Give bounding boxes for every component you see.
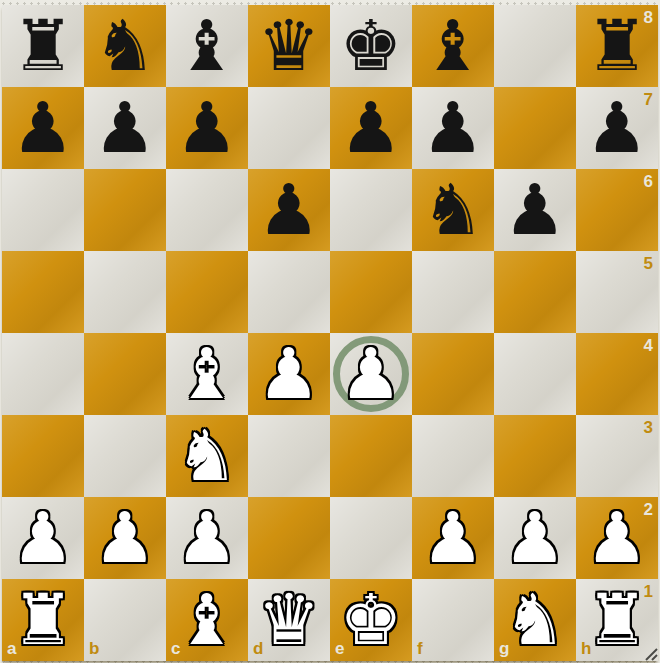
square-d1[interactable]: d♛	[248, 579, 330, 661]
black-bishop-f8[interactable]: ♝	[422, 5, 485, 87]
square-e7[interactable]: ♟	[330, 87, 412, 169]
file-label-f: f	[417, 640, 423, 657]
white-pawn-f2[interactable]: ♟	[422, 497, 485, 579]
resize-grip-icon[interactable]	[642, 645, 658, 661]
black-pawn-e7[interactable]: ♟	[340, 87, 403, 169]
square-c1[interactable]: c♝	[166, 579, 248, 661]
black-king-e8[interactable]: ♚	[340, 5, 403, 87]
rank-label-6: 6	[644, 173, 653, 190]
square-d2[interactable]	[248, 497, 330, 579]
square-e5[interactable]	[330, 251, 412, 333]
square-d5[interactable]	[248, 251, 330, 333]
white-knight-c3[interactable]: ♞	[176, 415, 239, 497]
square-c4[interactable]: ♝	[166, 333, 248, 415]
white-king-e1[interactable]: ♚	[340, 579, 403, 661]
black-pawn-c7[interactable]: ♟	[176, 87, 239, 169]
white-rook-a1[interactable]: ♜	[12, 579, 75, 661]
rank-label-4: 4	[644, 337, 653, 354]
square-d6[interactable]: ♟	[248, 169, 330, 251]
white-bishop-c4[interactable]: ♝	[176, 333, 239, 415]
square-h8[interactable]: 8♜	[576, 5, 658, 87]
square-h6[interactable]: 6	[576, 169, 658, 251]
square-e6[interactable]	[330, 169, 412, 251]
square-h3[interactable]: 3	[576, 415, 658, 497]
square-d8[interactable]: ♛	[248, 5, 330, 87]
square-b5[interactable]	[84, 251, 166, 333]
square-e1[interactable]: e♚	[330, 579, 412, 661]
square-f1[interactable]: f	[412, 579, 494, 661]
square-c3[interactable]: ♞	[166, 415, 248, 497]
square-e3[interactable]	[330, 415, 412, 497]
square-a7[interactable]: ♟	[2, 87, 84, 169]
square-h2[interactable]: 2♟	[576, 497, 658, 579]
square-a8[interactable]: ♜	[2, 5, 84, 87]
square-a6[interactable]	[2, 169, 84, 251]
square-e4[interactable]: ♟	[330, 333, 412, 415]
chess-board: ♜♞♝♛♚♝8♜♟♟♟♟♟7♟♟♞♟65♝♟♟4♞3♟♟♟♟♟2♟a♜bc♝d♛…	[2, 5, 658, 661]
square-h7[interactable]: 7♟	[576, 87, 658, 169]
rank-label-3: 3	[644, 419, 653, 436]
black-knight-f6[interactable]: ♞	[422, 169, 485, 251]
square-a3[interactable]	[2, 415, 84, 497]
black-pawn-a7[interactable]: ♟	[12, 87, 75, 169]
black-rook-h8[interactable]: ♜	[586, 5, 649, 87]
black-pawn-g6[interactable]: ♟	[504, 169, 567, 251]
square-f2[interactable]: ♟	[412, 497, 494, 579]
white-queen-d1[interactable]: ♛	[258, 579, 321, 661]
white-knight-g1[interactable]: ♞	[504, 579, 567, 661]
white-pawn-d4[interactable]: ♟	[258, 333, 321, 415]
square-h4[interactable]: 4	[576, 333, 658, 415]
square-a4[interactable]	[2, 333, 84, 415]
square-b1[interactable]: b	[84, 579, 166, 661]
square-e2[interactable]	[330, 497, 412, 579]
white-pawn-a2[interactable]: ♟	[12, 497, 75, 579]
white-pawn-h2[interactable]: ♟	[586, 497, 649, 579]
square-b7[interactable]: ♟	[84, 87, 166, 169]
square-a2[interactable]: ♟	[2, 497, 84, 579]
square-g1[interactable]: g♞	[494, 579, 576, 661]
square-g5[interactable]	[494, 251, 576, 333]
square-f5[interactable]	[412, 251, 494, 333]
white-pawn-g2[interactable]: ♟	[504, 497, 567, 579]
square-b3[interactable]	[84, 415, 166, 497]
file-label-b: b	[89, 640, 99, 657]
white-rook-h1[interactable]: ♜	[586, 579, 649, 661]
square-e8[interactable]: ♚	[330, 5, 412, 87]
white-pawn-e4[interactable]: ♟	[340, 333, 403, 415]
black-knight-b8[interactable]: ♞	[94, 5, 157, 87]
white-pawn-c2[interactable]: ♟	[176, 497, 239, 579]
square-a5[interactable]	[2, 251, 84, 333]
square-d7[interactable]	[248, 87, 330, 169]
square-c2[interactable]: ♟	[166, 497, 248, 579]
black-pawn-b7[interactable]: ♟	[94, 87, 157, 169]
white-bishop-c1[interactable]: ♝	[176, 579, 239, 661]
black-pawn-f7[interactable]: ♟	[422, 87, 485, 169]
square-d4[interactable]: ♟	[248, 333, 330, 415]
square-b2[interactable]: ♟	[84, 497, 166, 579]
rank-label-5: 5	[644, 255, 653, 272]
square-c8[interactable]: ♝	[166, 5, 248, 87]
square-f7[interactable]: ♟	[412, 87, 494, 169]
white-pawn-b2[interactable]: ♟	[94, 497, 157, 579]
square-g2[interactable]: ♟	[494, 497, 576, 579]
page-background: { "game": "chess", "position": { "fen": …	[0, 0, 660, 663]
square-g4[interactable]	[494, 333, 576, 415]
square-a1[interactable]: a♜	[2, 579, 84, 661]
square-b4[interactable]	[84, 333, 166, 415]
square-c6[interactable]	[166, 169, 248, 251]
square-h5[interactable]: 5	[576, 251, 658, 333]
black-pawn-h7[interactable]: ♟	[586, 87, 649, 169]
black-bishop-c8[interactable]: ♝	[176, 5, 239, 87]
square-d3[interactable]	[248, 415, 330, 497]
square-b8[interactable]: ♞	[84, 5, 166, 87]
square-g7[interactable]	[494, 87, 576, 169]
square-f6[interactable]: ♞	[412, 169, 494, 251]
square-g6[interactable]: ♟	[494, 169, 576, 251]
black-rook-a8[interactable]: ♜	[12, 5, 75, 87]
square-f8[interactable]: ♝	[412, 5, 494, 87]
square-f3[interactable]	[412, 415, 494, 497]
square-c5[interactable]	[166, 251, 248, 333]
square-b6[interactable]	[84, 169, 166, 251]
black-pawn-d6[interactable]: ♟	[258, 169, 321, 251]
square-g3[interactable]	[494, 415, 576, 497]
square-c7[interactable]: ♟	[166, 87, 248, 169]
square-f4[interactable]	[412, 333, 494, 415]
square-g8[interactable]	[494, 5, 576, 87]
black-queen-d8[interactable]: ♛	[258, 5, 321, 87]
